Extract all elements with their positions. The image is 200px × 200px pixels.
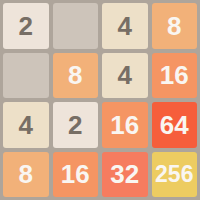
tile-r0c3: 8 [152,3,198,49]
empty-cell-r1c0 [3,53,49,99]
tile-r1c3: 16 [152,53,198,99]
2048-board[interactable]: 2 4 8 8 4 16 4 2 16 64 8 16 32 256 [0,0,200,200]
tile-r2c0: 4 [3,102,49,148]
tile-r3c1: 16 [53,152,99,198]
tile-r3c2: 32 [102,152,148,198]
tile-r0c0: 2 [3,3,49,49]
tile-r2c1: 2 [53,102,99,148]
tile-r2c3: 64 [152,102,198,148]
tile-r3c0: 8 [3,152,49,198]
tile-r1c1: 8 [53,53,99,99]
tile-r3c3: 256 [152,152,198,198]
tile-r2c2: 16 [102,102,148,148]
tile-r1c2: 4 [102,53,148,99]
tile-r0c2: 4 [102,3,148,49]
empty-cell-r0c1 [53,3,99,49]
